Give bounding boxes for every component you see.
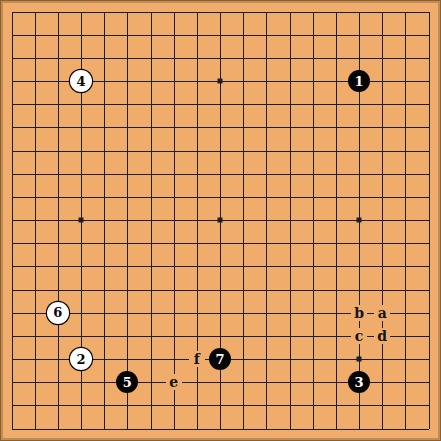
grid-line-horizontal [12,429,429,430]
go-board: abcdef1234567 [0,0,441,441]
grid-line-vertical [290,12,291,429]
grid-line-horizontal [12,266,429,267]
grid-line-vertical [313,12,314,429]
point-label-a: a [374,305,390,321]
point-label-d: d [374,328,390,344]
grid-line-horizontal [12,405,429,406]
grid-line-vertical [429,12,430,429]
grid-line-vertical [336,12,337,429]
point-label-b: b [351,305,367,321]
grid-line-horizontal [12,290,429,291]
grid-line-vertical [243,12,244,429]
grid-line-vertical [266,12,267,429]
star-point [218,218,223,223]
grid-line-vertical [382,12,383,429]
point-label-f: f [189,351,205,367]
star-point [218,79,223,84]
stone-black-3: 3 [348,371,370,393]
stone-black-7: 7 [209,348,231,370]
stone-black-1: 1 [348,70,370,92]
star-point [357,357,362,362]
point-label-c: c [351,328,367,344]
grid-line-horizontal [12,243,429,244]
stone-white-6: 6 [47,302,69,324]
stone-white-2: 2 [70,348,92,370]
stone-white-4: 4 [70,70,92,92]
point-label-e: e [166,374,182,390]
grid-line-vertical [405,12,406,429]
star-point [357,218,362,223]
star-point [79,218,84,223]
stone-black-5: 5 [116,371,138,393]
